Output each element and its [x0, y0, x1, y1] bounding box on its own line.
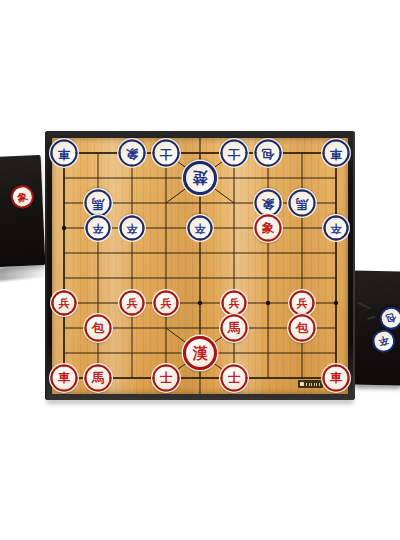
board-grid[interactable]: 車象士士包車楚馬象馬卒卒卒象卒兵兵兵兵兵包馬包漢車馬士士車 [52, 138, 348, 394]
red-general[interactable]: 漢 [183, 336, 217, 370]
blue-soldier[interactable]: 卒 [120, 216, 145, 241]
blue-soldier[interactable]: 卒 [86, 216, 111, 241]
blue-soldier[interactable]: 卒 [188, 216, 213, 241]
red-advisor[interactable]: 士 [221, 365, 248, 392]
brand-logo-text [306, 383, 320, 386]
blue-elephant[interactable]: 象 [119, 140, 146, 167]
red-advisor[interactable]: 士 [153, 365, 180, 392]
blue-chariot[interactable]: 車 [323, 140, 350, 167]
red-elephant[interactable]: 象 [255, 215, 282, 242]
blue-cannon[interactable]: 包 [255, 140, 282, 167]
red-cannon[interactable]: 包 [289, 315, 316, 342]
brand-badge [298, 380, 323, 388]
red-cannon[interactable]: 包 [85, 315, 112, 342]
red-soldier[interactable]: 兵 [290, 291, 315, 316]
blue-horse[interactable]: 馬 [289, 190, 316, 217]
product-photo-scene: 象 包 卒 車象士士包車楚馬象馬卒卒卒象卒兵兵兵兵兵包馬包漢車馬士士車 [0, 0, 400, 540]
red-chariot[interactable]: 車 [323, 365, 350, 392]
red-soldier[interactable]: 兵 [120, 291, 145, 316]
red-horse[interactable]: 馬 [221, 315, 248, 342]
blue-advisor[interactable]: 士 [221, 140, 248, 167]
blue-elephant[interactable]: 象 [255, 190, 282, 217]
red-soldier[interactable]: 兵 [52, 291, 77, 316]
blue-general[interactable]: 楚 [183, 161, 217, 195]
board-frame: 車象士士包車楚馬象馬卒卒卒象卒兵兵兵兵兵包馬包漢車馬士士車 [45, 131, 355, 400]
red-soldier[interactable]: 兵 [154, 291, 179, 316]
side-tray-left: 象 [0, 155, 45, 267]
blue-advisor[interactable]: 士 [153, 140, 180, 167]
blue-soldier[interactable]: 卒 [324, 216, 349, 241]
blue-chariot[interactable]: 車 [51, 140, 78, 167]
blue-horse[interactable]: 馬 [85, 190, 112, 217]
captured-red-elephant[interactable]: 象 [8, 183, 37, 212]
captured-blue-soldier[interactable]: 卒 [370, 327, 398, 355]
red-soldier[interactable]: 兵 [222, 291, 247, 316]
red-chariot[interactable]: 車 [51, 365, 78, 392]
red-horse[interactable]: 馬 [85, 365, 112, 392]
captured-blue-cannon[interactable]: 包 [377, 305, 400, 333]
brand-logo-icon [300, 382, 304, 386]
side-tray-right: 包 卒 [350, 270, 400, 385]
